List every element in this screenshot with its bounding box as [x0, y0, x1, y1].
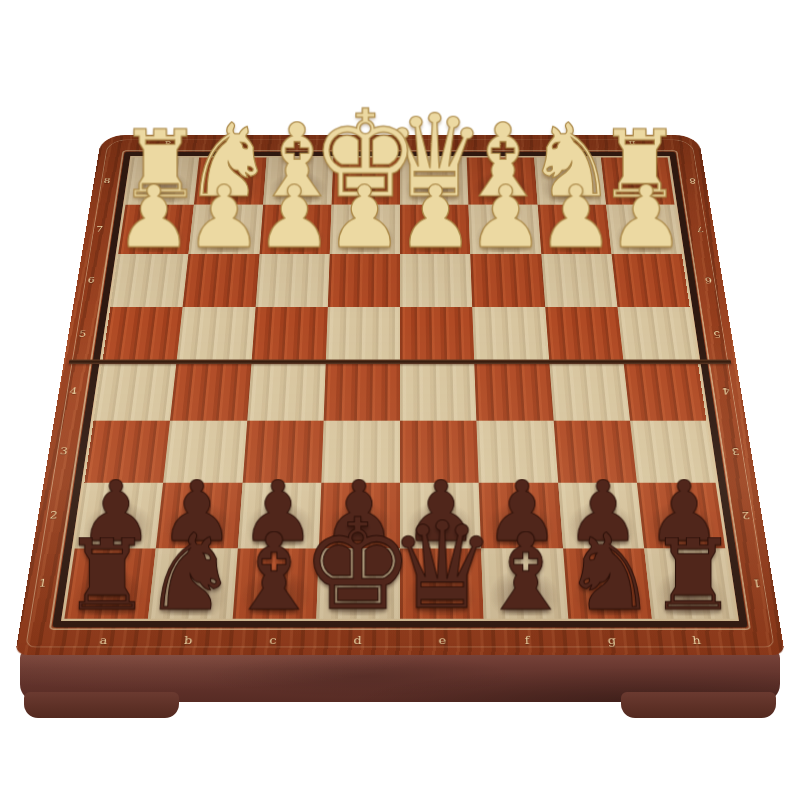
- rank-label-right-2: 2: [742, 510, 751, 520]
- rank-label-left-5: 5: [78, 330, 86, 338]
- square-e6: [400, 254, 472, 306]
- file-label-bottom-h: h: [692, 635, 702, 646]
- square-h4: [623, 362, 706, 421]
- square-f1: ♝: [481, 549, 567, 619]
- square-h5: [617, 307, 698, 362]
- square-d7: ♟: [330, 205, 400, 255]
- square-h1: ♜: [644, 549, 736, 619]
- perspective-scene: ♜♞♝♚♛♝♞♜♟♟♟♟♟♟♟♟♟♟♟♟♟♟♟♟♜♞♝♚♛♝♞♜ abcdefg…: [0, 0, 800, 800]
- square-a6: [110, 254, 188, 306]
- square-e7: ♟: [400, 205, 470, 255]
- piece-cream-pawn-g7: ♟: [538, 183, 615, 252]
- square-c7: ♟: [259, 205, 331, 255]
- square-g5: [545, 307, 624, 362]
- piece-dark-knight-g1: ♞: [562, 530, 657, 615]
- square-b6: [183, 254, 259, 306]
- file-label-bottom-c: c: [269, 635, 277, 646]
- square-d6: [328, 254, 400, 306]
- file-label-top-d: d: [364, 140, 371, 147]
- piece-dark-king-d1: ♚: [302, 515, 415, 616]
- file-label-top-c: c: [297, 140, 303, 147]
- file-label-top-f: f: [498, 140, 502, 147]
- square-a4: [94, 362, 177, 421]
- file-label-top-a: a: [164, 140, 171, 147]
- board-grid-margin: ♜♞♝♚♛♝♞♜♟♟♟♟♟♟♟♟♟♟♟♟♟♟♟♟♜♞♝♚♛♝♞♜: [61, 156, 739, 621]
- piece-cream-pawn-b7: ♟: [185, 183, 262, 252]
- square-c5: [251, 307, 327, 362]
- square-c4: [247, 362, 326, 421]
- file-label-top-g: g: [562, 140, 569, 147]
- square-h6: [611, 254, 689, 306]
- square-f5: [472, 307, 548, 362]
- piece-dark-rook-h1: ♜: [649, 537, 737, 616]
- file-label-top-h: h: [629, 140, 636, 147]
- square-e5: [400, 307, 474, 362]
- rank-label-left-6: 6: [87, 276, 95, 284]
- square-d1: ♚: [316, 549, 400, 619]
- square-h7: ♟: [606, 205, 682, 255]
- rank-label-left-2: 2: [49, 510, 58, 520]
- piece-dark-bishop-f1: ♝: [478, 530, 573, 615]
- piece-cream-pawn-d7: ♟: [326, 183, 403, 252]
- square-a5: [102, 307, 183, 362]
- square-c6: [255, 254, 329, 306]
- file-label-bottom-g: g: [607, 635, 616, 646]
- fold-hinge-seam: [69, 360, 732, 364]
- file-label-bottom-e: e: [438, 635, 446, 646]
- rank-label-left-3: 3: [60, 447, 69, 456]
- piece-cream-pawn-c7: ♟: [256, 183, 333, 252]
- rank-label-right-5: 5: [713, 330, 721, 338]
- file-label-bottom-f: f: [524, 635, 529, 646]
- square-g4: [549, 362, 630, 421]
- piece-cream-pawn-e7: ♟: [397, 183, 474, 252]
- square-g1: ♞: [563, 549, 652, 619]
- piece-dark-rook-a1: ♜: [62, 537, 150, 616]
- square-b4: [170, 362, 251, 421]
- board-grid: ♜♞♝♚♛♝♞♜♟♟♟♟♟♟♟♟♟♟♟♟♟♟♟♟♜♞♝♚♛♝♞♜: [64, 158, 735, 619]
- file-label-bottom-d: d: [353, 635, 361, 646]
- square-d5: [326, 307, 400, 362]
- rank-label-left-4: 4: [69, 387, 78, 396]
- rank-label-right-8: 8: [689, 177, 697, 184]
- square-b1: ♞: [148, 549, 237, 619]
- square-e4: [400, 362, 477, 421]
- piece-dark-knight-b1: ♞: [143, 530, 238, 615]
- rank-label-right-4: 4: [722, 387, 731, 396]
- rank-label-left-8: 8: [103, 177, 111, 184]
- square-g7: ♟: [537, 205, 611, 255]
- rank-label-right-7: 7: [697, 226, 705, 233]
- file-label-top-b: b: [231, 140, 238, 147]
- file-label-bottom-b: b: [184, 635, 193, 646]
- piece-cream-pawn-h7: ♟: [608, 183, 685, 252]
- file-label-top-e: e: [430, 140, 436, 147]
- piece-cream-pawn-a7: ♟: [115, 183, 192, 252]
- square-f7: ♟: [469, 205, 541, 255]
- square-b5: [177, 307, 256, 362]
- square-f6: [470, 254, 544, 306]
- square-g6: [541, 254, 617, 306]
- chess-board: ♜♞♝♚♛♝♞♜♟♟♟♟♟♟♟♟♟♟♟♟♟♟♟♟♜♞♝♚♛♝♞♜ abcdefg…: [15, 135, 785, 655]
- square-a7: ♟: [118, 205, 194, 255]
- file-labels-bottom: abcdefgh: [59, 627, 741, 654]
- piece-cream-pawn-f7: ♟: [467, 183, 544, 252]
- file-label-bottom-a: a: [99, 635, 108, 646]
- rank-label-right-6: 6: [705, 276, 713, 284]
- square-d4: [323, 362, 400, 421]
- square-b7: ♟: [189, 205, 263, 255]
- square-f4: [474, 362, 553, 421]
- rank-label-left-7: 7: [95, 226, 103, 233]
- rank-label-right-1: 1: [752, 578, 762, 588]
- product-photo-stage: ♜♞♝♚♛♝♞♜♟♟♟♟♟♟♟♟♟♟♟♟♟♟♟♟♜♞♝♚♛♝♞♜ abcdefg…: [0, 0, 800, 800]
- rank-label-left-1: 1: [38, 578, 48, 588]
- rank-label-right-3: 3: [731, 447, 740, 456]
